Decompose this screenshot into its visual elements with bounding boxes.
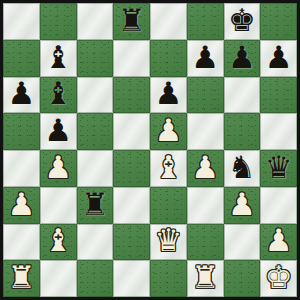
square-e2[interactable]: ♛ [150, 224, 187, 261]
square-f7[interactable]: ♟ [187, 40, 224, 77]
piece-black-bishop[interactable]: ♝ [44, 42, 72, 73]
piece-black-knight[interactable]: ♞ [228, 152, 256, 183]
piece-black-pawn[interactable]: ♟ [7, 78, 35, 109]
square-a2[interactable] [3, 224, 40, 261]
square-d4[interactable] [113, 150, 150, 187]
board-grid: ♜♚♝♟♟♟♟♝♟♟♟♟♝♟♞♛♟♜♟♝♛♟♜♜♚ [0, 0, 300, 300]
square-e3[interactable] [150, 187, 187, 224]
square-g8[interactable]: ♚ [224, 3, 261, 40]
square-c6[interactable] [77, 77, 114, 114]
square-b4[interactable]: ♟ [40, 150, 77, 187]
square-d6[interactable] [113, 77, 150, 114]
square-d3[interactable] [113, 187, 150, 224]
square-e4[interactable]: ♝ [150, 150, 187, 187]
chess-board: ♜♚♝♟♟♟♟♝♟♟♟♟♝♟♞♛♟♜♟♝♛♟♜♜♚ [0, 0, 300, 300]
square-b8[interactable] [40, 3, 77, 40]
square-a6[interactable]: ♟ [3, 77, 40, 114]
piece-black-rook[interactable]: ♜ [81, 189, 109, 220]
square-c2[interactable] [77, 224, 114, 261]
square-h5[interactable] [260, 113, 297, 150]
square-a1[interactable]: ♜ [3, 260, 40, 297]
square-e1[interactable] [150, 260, 187, 297]
square-h1[interactable]: ♚ [260, 260, 297, 297]
square-a8[interactable] [3, 3, 40, 40]
square-b5[interactable]: ♟ [40, 113, 77, 150]
square-f6[interactable] [187, 77, 224, 114]
square-h8[interactable] [260, 3, 297, 40]
piece-black-pawn[interactable]: ♟ [228, 42, 256, 73]
square-e6[interactable]: ♟ [150, 77, 187, 114]
square-f4[interactable]: ♟ [187, 150, 224, 187]
piece-white-king[interactable]: ♚ [265, 262, 293, 293]
square-a3[interactable]: ♟ [3, 187, 40, 224]
square-d1[interactable] [113, 260, 150, 297]
piece-white-pawn[interactable]: ♟ [228, 189, 256, 220]
square-h4[interactable]: ♛ [260, 150, 297, 187]
square-g7[interactable]: ♟ [224, 40, 261, 77]
piece-black-king[interactable]: ♚ [228, 5, 256, 36]
square-c8[interactable] [77, 3, 114, 40]
square-a4[interactable] [3, 150, 40, 187]
square-c4[interactable] [77, 150, 114, 187]
piece-white-rook[interactable]: ♜ [7, 262, 35, 293]
square-g1[interactable] [224, 260, 261, 297]
square-c5[interactable] [77, 113, 114, 150]
square-f5[interactable] [187, 113, 224, 150]
piece-black-queen[interactable]: ♛ [265, 152, 293, 183]
square-g3[interactable]: ♟ [224, 187, 261, 224]
piece-black-pawn[interactable]: ♟ [154, 78, 182, 109]
square-a5[interactable] [3, 113, 40, 150]
square-d2[interactable] [113, 224, 150, 261]
square-d8[interactable]: ♜ [113, 3, 150, 40]
piece-black-pawn[interactable]: ♟ [265, 42, 293, 73]
square-f2[interactable] [187, 224, 224, 261]
square-a7[interactable] [3, 40, 40, 77]
square-e5[interactable]: ♟ [150, 113, 187, 150]
square-g2[interactable] [224, 224, 261, 261]
piece-white-pawn[interactable]: ♟ [265, 225, 293, 256]
piece-white-pawn[interactable]: ♟ [7, 189, 35, 220]
square-c1[interactable] [77, 260, 114, 297]
square-h2[interactable]: ♟ [260, 224, 297, 261]
piece-white-pawn[interactable]: ♟ [44, 152, 72, 183]
square-g6[interactable] [224, 77, 261, 114]
square-e7[interactable] [150, 40, 187, 77]
square-g4[interactable]: ♞ [224, 150, 261, 187]
piece-white-rook[interactable]: ♜ [191, 262, 219, 293]
square-h6[interactable] [260, 77, 297, 114]
piece-black-pawn[interactable]: ♟ [191, 42, 219, 73]
square-g5[interactable] [224, 113, 261, 150]
piece-black-pawn[interactable]: ♟ [44, 115, 72, 146]
square-b7[interactable]: ♝ [40, 40, 77, 77]
piece-black-bishop[interactable]: ♝ [44, 78, 72, 109]
square-d7[interactable] [113, 40, 150, 77]
square-b6[interactable]: ♝ [40, 77, 77, 114]
square-h3[interactable] [260, 187, 297, 224]
square-d5[interactable] [113, 113, 150, 150]
square-b3[interactable] [40, 187, 77, 224]
piece-white-bishop[interactable]: ♝ [154, 152, 182, 183]
piece-white-queen[interactable]: ♛ [154, 225, 182, 256]
square-f1[interactable]: ♜ [187, 260, 224, 297]
piece-white-pawn[interactable]: ♟ [154, 115, 182, 146]
piece-black-rook[interactable]: ♜ [118, 5, 146, 36]
square-c3[interactable]: ♜ [77, 187, 114, 224]
square-e8[interactable] [150, 3, 187, 40]
piece-white-bishop[interactable]: ♝ [44, 225, 72, 256]
square-b2[interactable]: ♝ [40, 224, 77, 261]
square-b1[interactable] [40, 260, 77, 297]
piece-white-pawn[interactable]: ♟ [191, 152, 219, 183]
square-c7[interactable] [77, 40, 114, 77]
square-h7[interactable]: ♟ [260, 40, 297, 77]
square-f8[interactable] [187, 3, 224, 40]
square-f3[interactable] [187, 187, 224, 224]
